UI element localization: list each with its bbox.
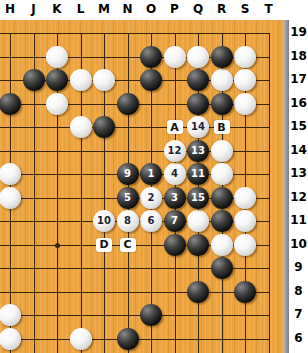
stone-white-O11-move-6: 6: [140, 210, 162, 232]
stone-white-H7: [0, 304, 21, 326]
column-label-Q: Q: [188, 2, 208, 16]
row-label-15: 15: [289, 119, 308, 133]
stone-black-P11-move-7: 7: [164, 210, 186, 232]
stone-white-K18: [46, 46, 68, 68]
go-diagram: 123456789101112131415ABCD HJKLMNOPQRST 1…: [0, 0, 308, 353]
row-coordinates: 191817161514131211109876: [289, 0, 308, 353]
move-number-9: 9: [124, 169, 131, 179]
move-number-1: 1: [148, 169, 155, 179]
stone-black-M15: [93, 116, 115, 138]
row-label-19: 19: [289, 25, 308, 39]
stone-white-S18: [234, 46, 256, 68]
stone-white-L15: [70, 116, 92, 138]
stone-white-L17: [70, 69, 92, 91]
move-number-8: 8: [124, 216, 131, 226]
column-label-N: N: [118, 2, 138, 16]
stone-black-N12-move-5: 5: [117, 187, 139, 209]
grid-line-row-7: [0, 315, 269, 316]
move-number-3: 3: [171, 193, 178, 203]
move-number-4: 4: [171, 169, 178, 179]
column-label-M: M: [94, 2, 114, 16]
column-coordinates: HJKLMNOPQRST: [0, 0, 308, 20]
stone-black-O7: [140, 304, 162, 326]
stone-black-P12-move-3: 3: [164, 187, 186, 209]
row-label-7: 7: [289, 307, 308, 321]
stone-white-S10: [234, 234, 256, 256]
stone-black-Q16: [187, 93, 209, 115]
row-label-11: 11: [289, 213, 308, 227]
move-number-7: 7: [171, 216, 178, 226]
row-label-8: 8: [289, 284, 308, 298]
stone-white-R13: [211, 163, 233, 185]
grid-line-row-8: [0, 292, 269, 293]
stone-white-M11-move-10: 10: [93, 210, 115, 232]
move-number-10: 10: [97, 216, 111, 226]
column-label-R: R: [212, 2, 232, 16]
stone-black-Q12-move-15: 15: [187, 187, 209, 209]
stone-black-S8: [234, 281, 256, 303]
stone-white-M17: [93, 69, 115, 91]
stone-black-O18: [140, 46, 162, 68]
stone-black-H16: [0, 93, 21, 115]
row-label-13: 13: [289, 166, 308, 180]
stone-black-R11: [211, 210, 233, 232]
stone-white-R10: [211, 234, 233, 256]
row-label-9: 9: [289, 260, 308, 274]
row-label-17: 17: [289, 72, 308, 86]
row-label-14: 14: [289, 143, 308, 157]
row-label-12: 12: [289, 190, 308, 204]
move-number-2: 2: [148, 193, 155, 203]
stone-white-S12: [234, 187, 256, 209]
stone-white-S16: [234, 93, 256, 115]
move-number-6: 6: [148, 216, 155, 226]
stone-black-Q13-move-11: 11: [187, 163, 209, 185]
stone-white-R17: [211, 69, 233, 91]
stone-black-N13-move-9: 9: [117, 163, 139, 185]
row-label-16: 16: [289, 96, 308, 110]
stone-white-S11: [234, 210, 256, 232]
grid-line-col-T: [269, 33, 270, 353]
stone-white-H12: [0, 187, 21, 209]
stone-white-P14-move-12: 12: [164, 140, 186, 162]
stone-black-O13-move-1: 1: [140, 163, 162, 185]
stone-white-Q18: [187, 46, 209, 68]
point-marker-C-N10: C: [120, 238, 136, 252]
point-marker-D-M10: D: [96, 238, 112, 252]
stone-black-R12: [211, 187, 233, 209]
stone-white-Q11: [187, 210, 209, 232]
stone-white-P18: [164, 46, 186, 68]
stone-black-N6: [117, 328, 139, 350]
grid-line-row-19: [0, 33, 269, 34]
row-label-18: 18: [289, 49, 308, 63]
star-point-K10: [55, 243, 60, 248]
stone-black-J17: [23, 69, 45, 91]
stone-black-Q10: [187, 234, 209, 256]
column-label-L: L: [71, 2, 91, 16]
stone-black-Q8: [187, 281, 209, 303]
stone-white-P13-move-4: 4: [164, 163, 186, 185]
move-number-14: 14: [191, 122, 205, 132]
stone-white-Q15-move-14: 14: [187, 116, 209, 138]
stone-white-R14: [211, 140, 233, 162]
column-label-T: T: [259, 2, 279, 16]
column-label-K: K: [47, 2, 67, 16]
row-label-6: 6: [289, 331, 308, 345]
stone-black-Q14-move-13: 13: [187, 140, 209, 162]
stone-white-N11-move-8: 8: [117, 210, 139, 232]
point-marker-B-R15: B: [214, 120, 230, 134]
stone-black-Q17: [187, 69, 209, 91]
move-number-12: 12: [168, 146, 182, 156]
stone-black-K17: [46, 69, 68, 91]
stone-black-P10: [164, 234, 186, 256]
stone-white-K16: [46, 93, 68, 115]
stone-white-S17: [234, 69, 256, 91]
move-number-11: 11: [191, 169, 205, 179]
column-label-S: S: [235, 2, 255, 16]
stone-black-O17: [140, 69, 162, 91]
stone-white-H6: [0, 328, 21, 350]
stone-white-L6: [70, 328, 92, 350]
row-label-10: 10: [289, 237, 308, 251]
stone-white-H13: [0, 163, 21, 185]
stone-black-R18: [211, 46, 233, 68]
column-label-P: P: [165, 2, 185, 16]
move-number-13: 13: [191, 146, 205, 156]
stone-white-O12-move-2: 2: [140, 187, 162, 209]
go-board[interactable]: 123456789101112131415ABCD: [0, 20, 284, 353]
column-label-O: O: [141, 2, 161, 16]
stone-black-R9: [211, 257, 233, 279]
point-marker-A-P15: A: [167, 120, 183, 134]
column-label-H: H: [0, 2, 20, 16]
move-number-15: 15: [191, 193, 205, 203]
stone-black-R16: [211, 93, 233, 115]
stone-black-N16: [117, 93, 139, 115]
move-number-5: 5: [124, 193, 131, 203]
column-label-J: J: [24, 2, 44, 16]
